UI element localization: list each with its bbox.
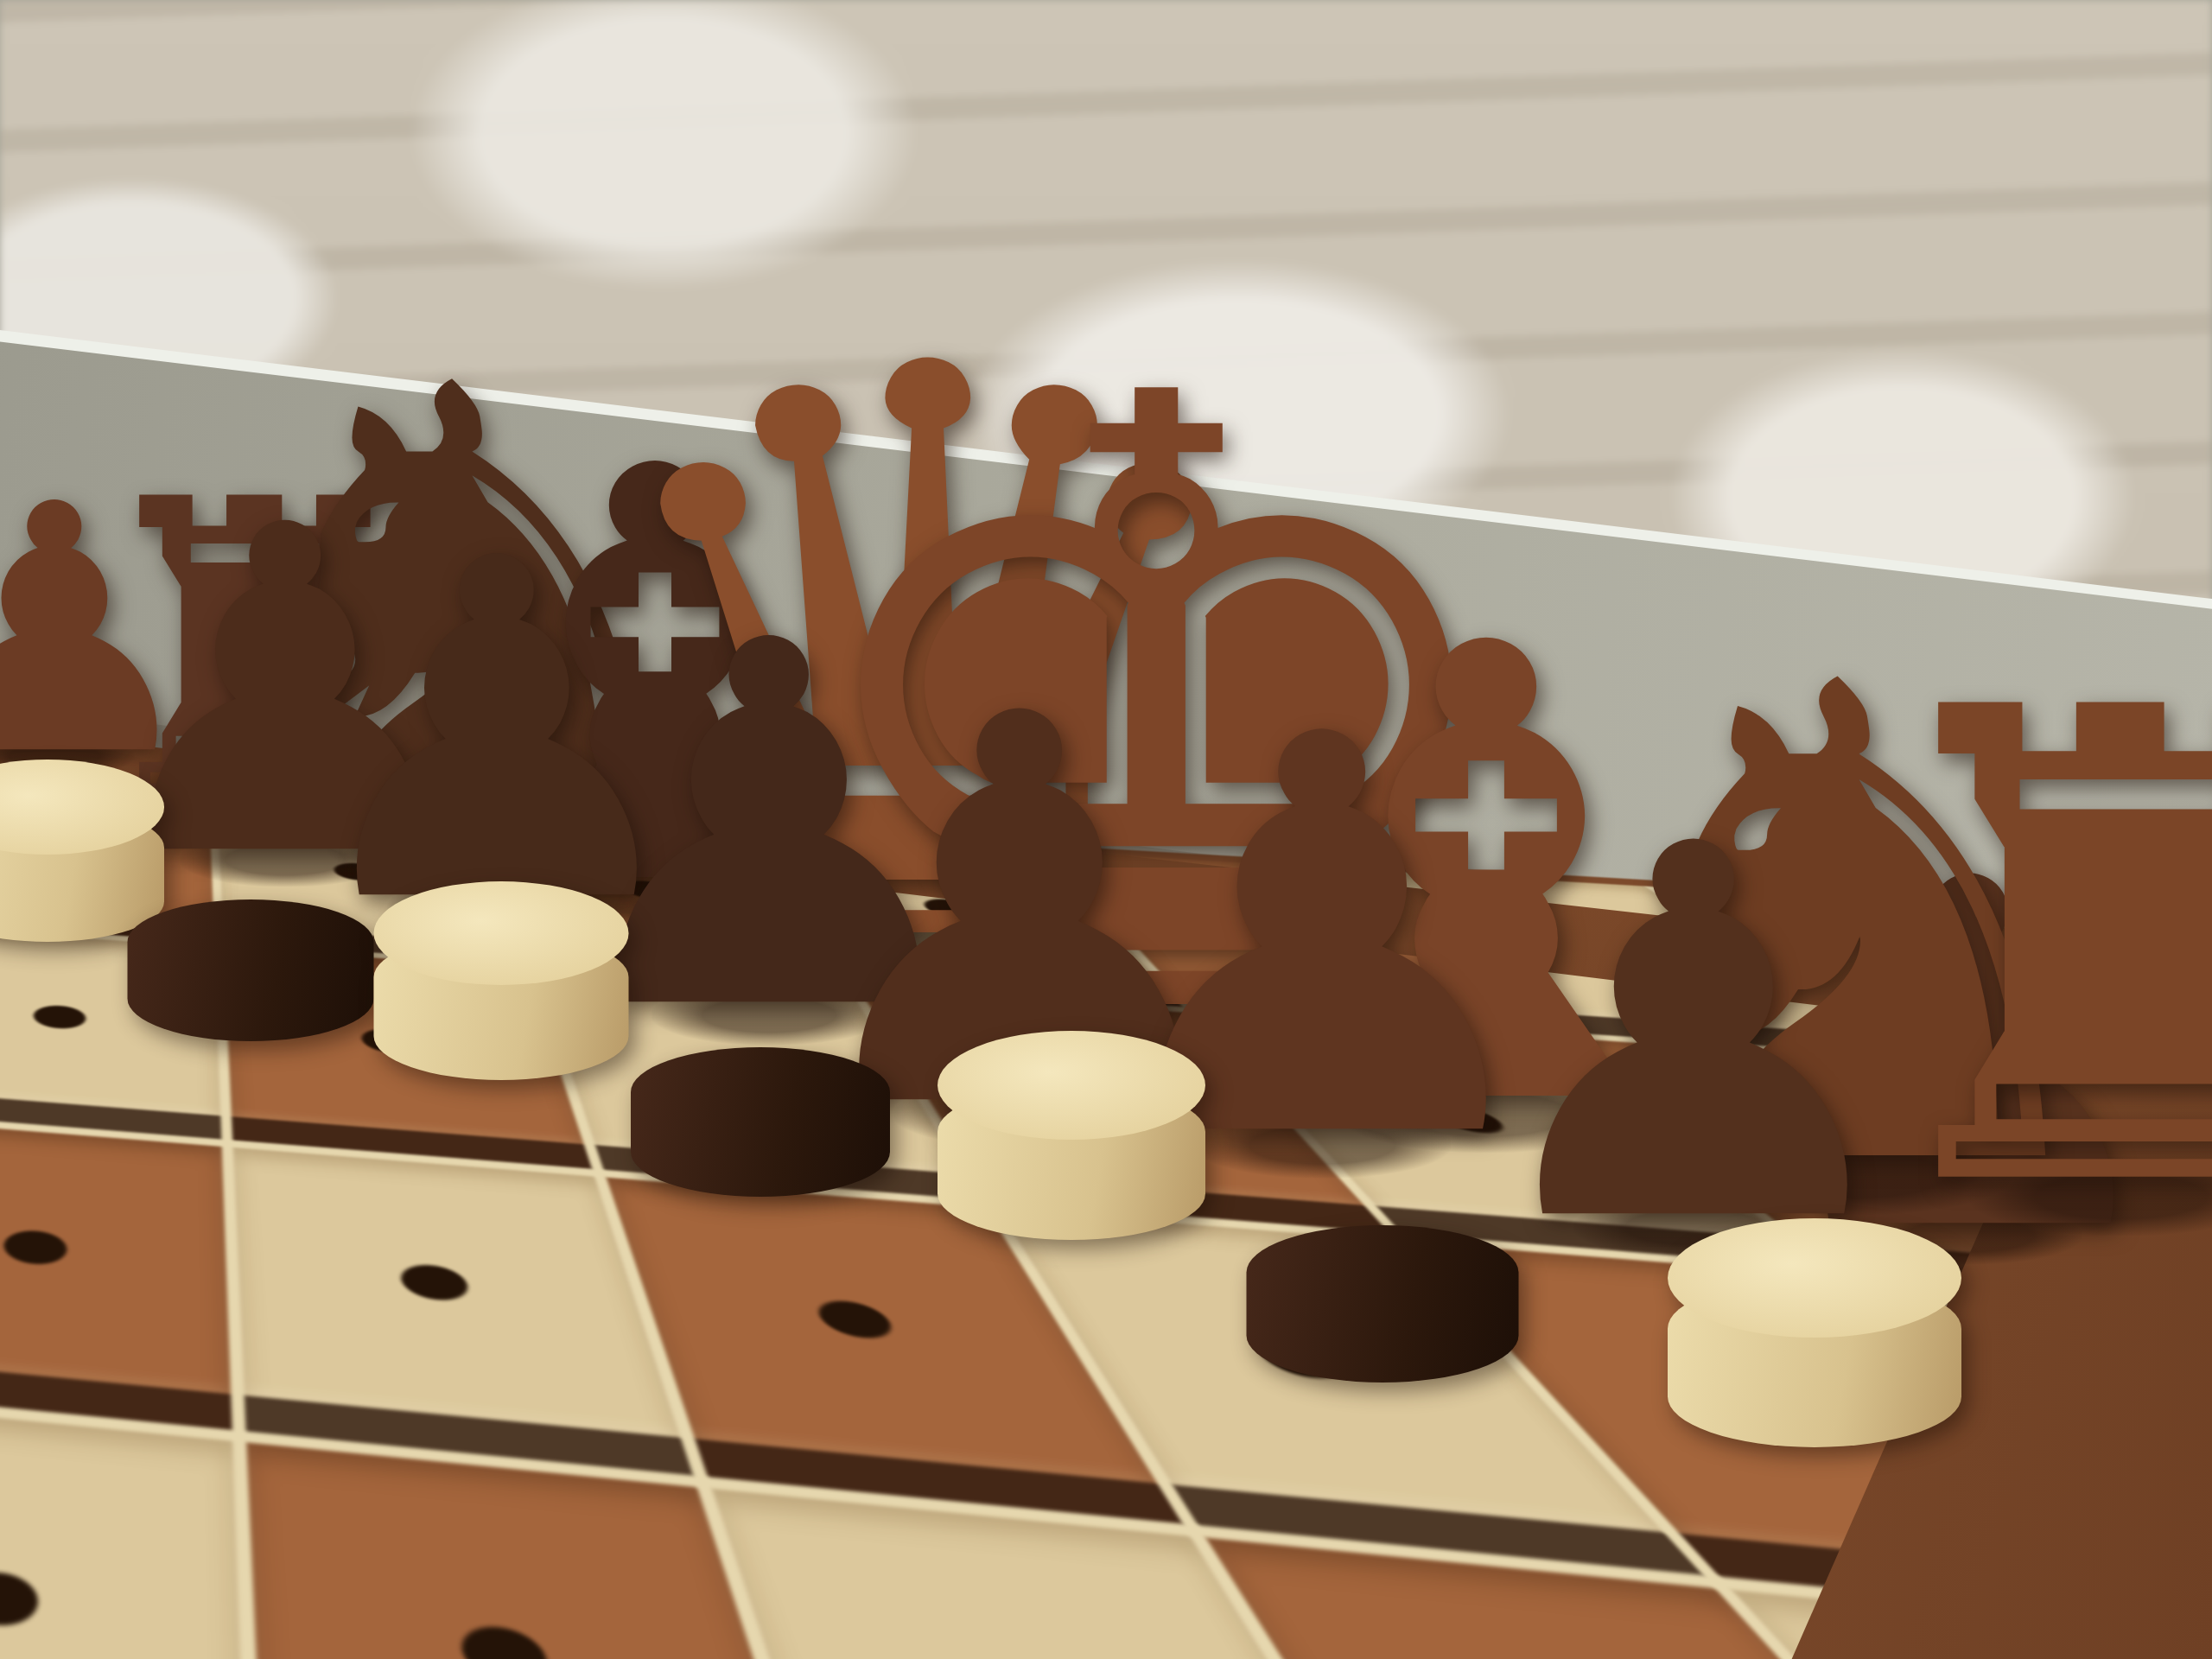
white-pawn-g2[interactable]: ♟ (1464, 836, 1924, 1236)
checker-disc-dark-f3[interactable] (1247, 1170, 1519, 1382)
checker-disc-light-e3[interactable] (938, 1031, 1205, 1240)
checker-disc-dark-d3[interactable] (631, 995, 890, 1197)
disc-top-face (128, 849, 374, 949)
disc-top-face (631, 995, 890, 1100)
disc-top-face (374, 881, 629, 985)
disc-top-face (1668, 1218, 1961, 1338)
photo-scene: ♜♞♝♛♚♝♞♜♟♟♟♟♟♟♟♟ (0, 0, 2212, 1659)
checker-disc-dark-b3[interactable] (128, 849, 374, 1041)
checker-disc-light-c3[interactable] (374, 881, 629, 1080)
disc-top-face (938, 1031, 1205, 1140)
pieces-layer: ♜♞♝♛♚♝♞♜♟♟♟♟♟♟♟♟ (0, 0, 2212, 1659)
checker-disc-light-g3[interactable] (1668, 1218, 1961, 1447)
disc-top-face (1247, 1170, 1519, 1281)
